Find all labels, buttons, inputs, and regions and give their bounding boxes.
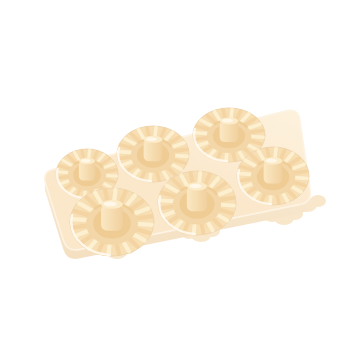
- mold-cavity-r2c1: [70, 188, 154, 256]
- cavity-post-highlight: [104, 202, 117, 207]
- cavity-post-highlight: [266, 159, 277, 163]
- silicone-mold-illustration: [0, 0, 350, 350]
- mold-cavity-r2c2: [158, 171, 236, 235]
- product-photo: [0, 0, 350, 350]
- cavity-post-highlight: [146, 137, 157, 141]
- cavity-post-highlight: [222, 119, 233, 123]
- mold-cavity-r2c3: [237, 147, 309, 205]
- cavity-post-highlight: [189, 184, 201, 188]
- cavity-post-highlight: [81, 159, 91, 163]
- mold-cavity-r1c2: [117, 126, 189, 182]
